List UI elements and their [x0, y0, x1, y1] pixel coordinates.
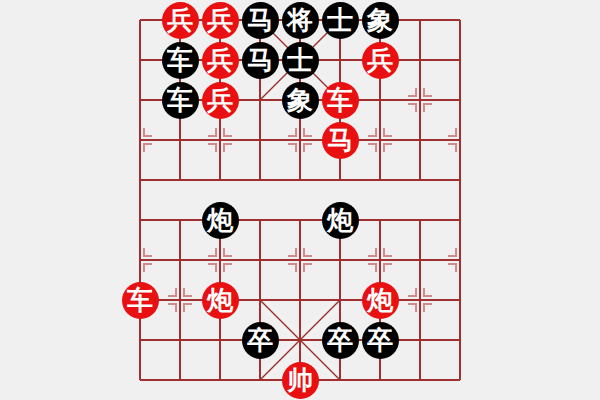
piece-red-soldier[interactable]: 兵 [162, 2, 199, 39]
piece-black-elephant[interactable]: 象 [362, 2, 399, 39]
piece-black-soldier[interactable]: 卒 [242, 322, 279, 359]
piece-black-soldier[interactable]: 卒 [322, 322, 359, 359]
xiangqi-pieces-layer[interactable]: 兵兵马将士象车兵马士兵车兵象车马炮炮车炮炮卒卒卒帅 [120, 0, 480, 400]
piece-red-horse[interactable]: 马 [322, 122, 359, 159]
piece-black-general[interactable]: 将 [282, 2, 319, 39]
piece-black-horse[interactable]: 马 [242, 2, 279, 39]
piece-black-advisor[interactable]: 士 [322, 2, 359, 39]
piece-black-cannon[interactable]: 炮 [322, 202, 359, 239]
piece-black-chariot[interactable]: 车 [162, 42, 199, 79]
piece-red-cannon[interactable]: 炮 [202, 282, 239, 319]
piece-black-cannon[interactable]: 炮 [202, 202, 239, 239]
piece-red-soldier[interactable]: 兵 [202, 82, 239, 119]
xiangqi-screen: 兵兵马将士象车兵马士兵车兵象车马炮炮车炮炮卒卒卒帅 [0, 0, 600, 400]
piece-black-horse[interactable]: 马 [242, 42, 279, 79]
piece-red-soldier[interactable]: 兵 [362, 42, 399, 79]
piece-red-soldier[interactable]: 兵 [202, 42, 239, 79]
piece-red-cannon[interactable]: 炮 [362, 282, 399, 319]
piece-black-advisor[interactable]: 士 [282, 42, 319, 79]
piece-red-chariot[interactable]: 车 [122, 282, 159, 319]
piece-red-soldier[interactable]: 兵 [202, 2, 239, 39]
piece-red-chariot[interactable]: 车 [322, 82, 359, 119]
piece-black-chariot[interactable]: 车 [162, 82, 199, 119]
piece-black-soldier[interactable]: 卒 [362, 322, 399, 359]
piece-red-general[interactable]: 帅 [282, 362, 319, 399]
piece-black-elephant[interactable]: 象 [282, 82, 319, 119]
